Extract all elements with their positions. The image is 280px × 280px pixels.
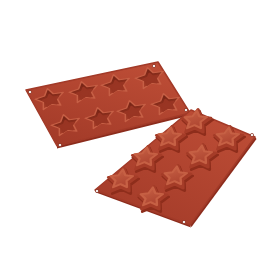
hanging-hole	[182, 220, 185, 223]
hanging-hole	[95, 189, 98, 192]
hanging-hole	[152, 64, 155, 67]
hanging-hole	[250, 133, 253, 136]
hanging-hole	[184, 108, 187, 111]
product-photo	[0, 0, 280, 280]
hanging-hole	[28, 90, 31, 93]
hanging-hole	[58, 143, 61, 146]
product-image	[0, 0, 280, 280]
